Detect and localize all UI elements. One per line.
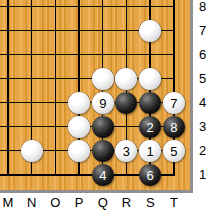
move-number-label: 6 <box>147 169 154 182</box>
intersection-R7[interactable] <box>115 19 139 43</box>
intersection-Q5[interactable] <box>91 67 115 91</box>
intersection-N7[interactable] <box>20 19 44 43</box>
stone-white-S2[interactable]: 1 <box>139 140 161 162</box>
stone-white-P2[interactable] <box>68 140 90 162</box>
intersection-S3[interactable]: 2 <box>138 115 162 139</box>
intersection-S4[interactable] <box>138 91 162 115</box>
intersection-P4[interactable] <box>67 91 91 115</box>
column-label-S: S <box>141 195 160 211</box>
intersection-R3[interactable] <box>115 115 139 139</box>
stone-black-Q1[interactable]: 4 <box>92 164 114 186</box>
intersection-N2[interactable] <box>20 139 44 163</box>
row-label-8: 8 <box>193 0 212 15</box>
intersection-Q6[interactable] <box>91 43 115 67</box>
intersection-O1[interactable] <box>44 163 68 187</box>
intersection-S8[interactable] <box>138 0 162 19</box>
intersection-T3[interactable]: 8 <box>162 115 186 139</box>
stone-black-T3[interactable]: 8 <box>163 116 185 138</box>
column-label-T: T <box>164 195 183 211</box>
column-label-Q: Q <box>93 195 112 211</box>
intersection-T7[interactable] <box>162 19 186 43</box>
intersection-N3[interactable] <box>20 115 44 139</box>
go-diagram: 972831546 87654321 MNOPQRST <box>0 0 212 212</box>
move-number-label: 8 <box>170 121 177 134</box>
row-label-6: 6 <box>193 47 212 63</box>
intersection-N8[interactable] <box>20 0 44 19</box>
intersection-P7[interactable] <box>67 19 91 43</box>
stone-white-Q4[interactable]: 9 <box>92 92 114 114</box>
intersection-M8[interactable] <box>0 0 20 19</box>
intersection-T2[interactable]: 5 <box>162 139 186 163</box>
stone-white-P3[interactable] <box>68 116 90 138</box>
stone-white-Q5[interactable] <box>92 68 114 90</box>
stone-white-R5[interactable] <box>115 68 137 90</box>
intersection-S7[interactable] <box>138 19 162 43</box>
intersection-O2[interactable] <box>44 139 68 163</box>
stone-white-T4[interactable]: 7 <box>163 92 185 114</box>
intersection-S6[interactable] <box>138 43 162 67</box>
move-number-label: 1 <box>147 145 154 158</box>
go-board: 972831546 <box>0 0 193 193</box>
intersection-N6[interactable] <box>20 43 44 67</box>
column-label-M: M <box>0 195 18 211</box>
column-label-O: O <box>46 195 65 211</box>
intersection-M7[interactable] <box>0 19 20 43</box>
row-label-1: 1 <box>193 167 212 183</box>
intersection-O7[interactable] <box>44 19 68 43</box>
column-label-N: N <box>22 195 41 211</box>
intersection-R6[interactable] <box>115 43 139 67</box>
stone-white-R2[interactable]: 3 <box>115 140 137 162</box>
intersection-R5[interactable] <box>115 67 139 91</box>
intersection-P2[interactable] <box>67 139 91 163</box>
intersection-M1[interactable] <box>0 163 20 187</box>
intersection-Q1[interactable]: 4 <box>91 163 115 187</box>
intersection-N1[interactable] <box>20 163 44 187</box>
intersection-P5[interactable] <box>67 67 91 91</box>
stone-white-T2[interactable]: 5 <box>163 140 185 162</box>
move-number-label: 3 <box>123 145 130 158</box>
move-number-label: 4 <box>99 169 106 182</box>
intersection-Q8[interactable] <box>91 0 115 19</box>
intersection-R1[interactable] <box>115 163 139 187</box>
intersection-P6[interactable] <box>67 43 91 67</box>
intersection-O5[interactable] <box>44 67 68 91</box>
intersection-S5[interactable] <box>138 67 162 91</box>
intersection-M3[interactable] <box>0 115 20 139</box>
row-label-3: 3 <box>193 119 212 135</box>
stone-black-R4[interactable] <box>115 92 137 114</box>
intersection-T5[interactable] <box>162 67 186 91</box>
intersection-O3[interactable] <box>44 115 68 139</box>
intersection-O6[interactable] <box>44 43 68 67</box>
intersection-S1[interactable]: 6 <box>138 163 162 187</box>
stone-black-S3[interactable]: 2 <box>139 116 161 138</box>
intersection-O8[interactable] <box>44 0 68 19</box>
intersection-Q3[interactable] <box>91 115 115 139</box>
board-grid: 972831546 <box>0 0 186 187</box>
intersection-R8[interactable] <box>115 0 139 19</box>
row-label-5: 5 <box>193 71 212 87</box>
move-number-label: 2 <box>147 121 154 134</box>
stone-white-N2[interactable] <box>21 140 43 162</box>
stone-white-S5[interactable] <box>139 68 161 90</box>
intersection-S2[interactable]: 1 <box>138 139 162 163</box>
stone-black-S4[interactable] <box>139 92 161 114</box>
intersection-P1[interactable] <box>67 163 91 187</box>
intersection-P8[interactable] <box>67 0 91 19</box>
intersection-Q7[interactable] <box>91 19 115 43</box>
move-number-label: 5 <box>170 145 177 158</box>
intersection-M4[interactable] <box>0 91 20 115</box>
intersection-T1[interactable] <box>162 163 186 187</box>
intersection-R2[interactable]: 3 <box>115 139 139 163</box>
row-label-2: 2 <box>193 143 212 159</box>
intersection-Q2[interactable] <box>91 139 115 163</box>
stone-white-P4[interactable] <box>68 92 90 114</box>
intersection-T8[interactable] <box>162 0 186 19</box>
intersection-Q4[interactable]: 9 <box>91 91 115 115</box>
move-number-label: 9 <box>99 97 106 110</box>
stone-white-S7[interactable] <box>139 20 161 42</box>
intersection-M6[interactable] <box>0 43 20 67</box>
column-label-R: R <box>117 195 136 211</box>
intersection-T4[interactable]: 7 <box>162 91 186 115</box>
intersection-M5[interactable] <box>0 67 20 91</box>
intersection-T6[interactable] <box>162 43 186 67</box>
intersection-R4[interactable] <box>115 91 139 115</box>
row-label-4: 4 <box>193 95 212 111</box>
move-number-label: 7 <box>170 97 177 110</box>
intersection-O4[interactable] <box>44 91 68 115</box>
column-label-P: P <box>70 195 89 211</box>
intersection-M2[interactable] <box>0 139 20 163</box>
intersection-N5[interactable] <box>20 67 44 91</box>
row-label-7: 7 <box>193 23 212 39</box>
stone-black-Q3[interactable] <box>92 116 114 138</box>
stone-black-Q2[interactable] <box>92 140 114 162</box>
stone-black-S1[interactable]: 6 <box>139 164 161 186</box>
intersection-N4[interactable] <box>20 91 44 115</box>
intersection-P3[interactable] <box>67 115 91 139</box>
